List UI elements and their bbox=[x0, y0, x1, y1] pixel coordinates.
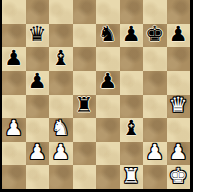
square-g8[interactable] bbox=[143, 0, 167, 24]
square-c8[interactable] bbox=[49, 0, 73, 24]
square-h7[interactable]: ♟ bbox=[167, 24, 191, 48]
square-g2[interactable]: ♟ bbox=[143, 142, 167, 166]
square-b3[interactable] bbox=[26, 118, 50, 142]
square-e6[interactable] bbox=[96, 47, 120, 71]
square-f4[interactable] bbox=[120, 95, 144, 119]
square-h4[interactable]: ♛ bbox=[167, 95, 191, 119]
square-f7[interactable]: ♟ bbox=[120, 24, 144, 48]
black-knight[interactable]: ♞ bbox=[98, 24, 117, 45]
square-d7[interactable] bbox=[73, 24, 97, 48]
square-f2[interactable] bbox=[120, 142, 144, 166]
white-rook[interactable]: ♜ bbox=[122, 166, 141, 187]
square-e8[interactable] bbox=[96, 0, 120, 24]
chess-board: ♛♞♟♚♟♟♝♟♟♜♛♟♞♝♟♟♟♟♜♚ bbox=[2, 0, 190, 189]
black-pawn[interactable]: ♟ bbox=[4, 48, 23, 69]
square-a3[interactable]: ♟ bbox=[2, 118, 26, 142]
square-a7[interactable] bbox=[2, 24, 26, 48]
square-g5[interactable] bbox=[143, 71, 167, 95]
white-pawn[interactable]: ♟ bbox=[51, 142, 70, 163]
square-c3[interactable]: ♞ bbox=[49, 118, 73, 142]
square-b7[interactable]: ♛ bbox=[26, 24, 50, 48]
square-h2[interactable]: ♟ bbox=[167, 142, 191, 166]
square-b8[interactable] bbox=[26, 0, 50, 24]
square-e7[interactable]: ♞ bbox=[96, 24, 120, 48]
white-queen[interactable]: ♛ bbox=[169, 95, 188, 116]
black-queen[interactable]: ♛ bbox=[28, 24, 47, 45]
square-f1[interactable]: ♜ bbox=[120, 165, 144, 189]
square-a5[interactable] bbox=[2, 71, 26, 95]
square-f3[interactable]: ♝ bbox=[120, 118, 144, 142]
black-pawn[interactable]: ♟ bbox=[169, 24, 188, 45]
square-e4[interactable] bbox=[96, 95, 120, 119]
square-g7[interactable]: ♚ bbox=[143, 24, 167, 48]
square-d3[interactable] bbox=[73, 118, 97, 142]
square-f5[interactable] bbox=[120, 71, 144, 95]
square-d5[interactable] bbox=[73, 71, 97, 95]
black-pawn[interactable]: ♟ bbox=[98, 71, 117, 92]
square-c1[interactable] bbox=[49, 165, 73, 189]
square-b6[interactable] bbox=[26, 47, 50, 71]
square-h3[interactable] bbox=[167, 118, 191, 142]
white-pawn[interactable]: ♟ bbox=[4, 118, 23, 139]
square-b1[interactable] bbox=[26, 165, 50, 189]
square-c7[interactable] bbox=[49, 24, 73, 48]
black-pawn[interactable]: ♟ bbox=[28, 71, 47, 92]
white-pawn[interactable]: ♟ bbox=[169, 142, 188, 163]
square-g6[interactable] bbox=[143, 47, 167, 71]
board-frame: ♛♞♟♚♟♟♝♟♟♜♛♟♞♝♟♟♟♟♜♚ bbox=[0, 0, 193, 192]
black-pawn[interactable]: ♟ bbox=[122, 24, 141, 45]
black-bishop[interactable]: ♝ bbox=[51, 48, 70, 69]
square-g4[interactable] bbox=[143, 95, 167, 119]
square-e1[interactable] bbox=[96, 165, 120, 189]
square-g3[interactable] bbox=[143, 118, 167, 142]
square-h6[interactable] bbox=[167, 47, 191, 71]
square-f6[interactable] bbox=[120, 47, 144, 71]
square-d8[interactable] bbox=[73, 0, 97, 24]
square-c5[interactable] bbox=[49, 71, 73, 95]
square-h5[interactable] bbox=[167, 71, 191, 95]
square-h1[interactable]: ♚ bbox=[167, 165, 191, 189]
square-e5[interactable]: ♟ bbox=[96, 71, 120, 95]
square-c2[interactable]: ♟ bbox=[49, 142, 73, 166]
square-b5[interactable]: ♟ bbox=[26, 71, 50, 95]
square-a6[interactable]: ♟ bbox=[2, 47, 26, 71]
white-pawn[interactable]: ♟ bbox=[28, 142, 47, 163]
white-pawn[interactable]: ♟ bbox=[145, 142, 164, 163]
square-c6[interactable]: ♝ bbox=[49, 47, 73, 71]
square-b2[interactable]: ♟ bbox=[26, 142, 50, 166]
white-king[interactable]: ♚ bbox=[169, 166, 188, 187]
square-g1[interactable] bbox=[143, 165, 167, 189]
square-a2[interactable] bbox=[2, 142, 26, 166]
square-a1[interactable] bbox=[2, 165, 26, 189]
black-rook[interactable]: ♜ bbox=[75, 95, 94, 116]
square-f8[interactable] bbox=[120, 0, 144, 24]
square-e2[interactable] bbox=[96, 142, 120, 166]
white-knight[interactable]: ♞ bbox=[51, 118, 70, 139]
chess-diagram-page: ♛♞♟♚♟♟♝♟♟♜♛♟♞♝♟♟♟♟♜♚ bbox=[0, 0, 207, 192]
square-d6[interactable] bbox=[73, 47, 97, 71]
square-a8[interactable] bbox=[2, 0, 26, 24]
black-king[interactable]: ♚ bbox=[145, 24, 164, 45]
square-b4[interactable] bbox=[26, 95, 50, 119]
square-d2[interactable] bbox=[73, 142, 97, 166]
square-e3[interactable] bbox=[96, 118, 120, 142]
square-a4[interactable] bbox=[2, 95, 26, 119]
black-bishop[interactable]: ♝ bbox=[122, 118, 141, 139]
square-d4[interactable]: ♜ bbox=[73, 95, 97, 119]
square-h8[interactable] bbox=[167, 0, 191, 24]
square-d1[interactable] bbox=[73, 165, 97, 189]
square-c4[interactable] bbox=[49, 95, 73, 119]
